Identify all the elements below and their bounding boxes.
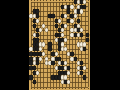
white-stone[interactable] [74,14,77,18]
black-stone[interactable] [33,24,36,28]
black-stone[interactable] [48,42,51,46]
stones-grid[interactable] [29,0,89,89]
black-stone[interactable] [58,57,61,61]
black-stone[interactable] [67,66,70,70]
black-stone[interactable] [83,5,86,9]
white-stone[interactable] [36,71,39,75]
black-stone[interactable] [83,75,86,79]
white-stone[interactable] [42,52,45,56]
white-stone[interactable] [80,9,83,13]
black-stone[interactable] [51,61,54,65]
white-stone[interactable] [39,28,42,32]
white-stone[interactable] [64,14,67,18]
white-stone[interactable] [64,38,67,42]
left-letterbox-bar [0,0,29,90]
white-stone[interactable] [64,47,67,51]
black-stone[interactable] [33,66,36,70]
black-stone[interactable] [80,71,83,75]
white-stone[interactable] [39,47,42,51]
white-stone[interactable] [42,24,45,28]
black-stone[interactable] [83,47,86,51]
white-stone[interactable] [67,80,70,84]
white-stone[interactable] [36,19,39,23]
white-stone[interactable] [83,42,86,46]
black-stone[interactable] [67,9,70,13]
black-stone[interactable] [36,38,39,42]
white-stone[interactable] [61,42,64,46]
right-letterbox-bar [90,0,120,90]
white-stone[interactable] [58,19,61,23]
black-stone[interactable] [36,61,39,65]
white-stone[interactable] [64,24,67,28]
white-stone[interactable] [83,0,86,4]
black-stone[interactable] [55,24,58,28]
black-stone[interactable] [51,14,54,18]
white-stone[interactable] [61,33,64,37]
black-stone[interactable] [86,33,89,37]
black-stone[interactable] [33,80,36,84]
white-stone[interactable] [61,28,64,32]
black-stone[interactable] [74,57,77,61]
white-stone[interactable] [70,5,73,9]
white-stone[interactable] [77,24,80,28]
white-stone[interactable] [39,57,42,61]
white-stone[interactable] [45,28,48,32]
go-board[interactable] [29,0,90,90]
white-stone[interactable] [55,52,58,56]
black-stone[interactable] [48,47,51,51]
white-stone[interactable] [83,66,86,70]
black-stone[interactable] [86,38,89,42]
black-stone[interactable] [36,9,39,13]
screenshot [0,0,120,90]
white-stone[interactable] [64,61,67,65]
black-stone[interactable] [70,52,73,56]
white-stone[interactable] [70,19,73,23]
black-stone[interactable] [80,61,83,65]
white-stone[interactable] [45,57,48,61]
black-stone[interactable] [80,33,83,37]
black-stone[interactable] [36,14,39,18]
white-stone[interactable] [80,28,83,32]
black-stone[interactable] [29,75,32,79]
white-stone[interactable] [42,42,45,46]
white-stone[interactable] [67,71,70,75]
black-stone[interactable] [36,33,39,37]
black-stone[interactable] [77,19,80,23]
white-stone[interactable] [64,75,67,79]
